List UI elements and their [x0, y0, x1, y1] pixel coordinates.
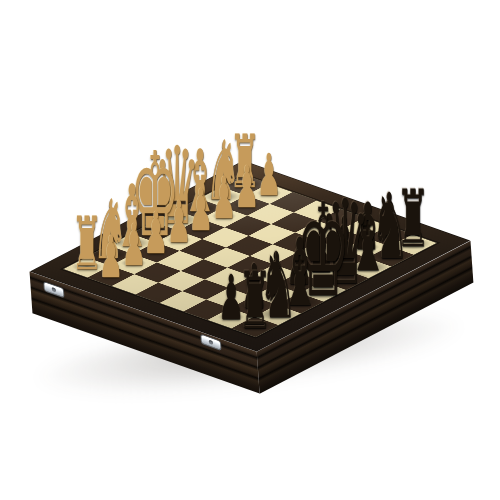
piece-white-pawn-f2[interactable]: ♟: [144, 205, 169, 263]
piece-white-pawn-a2[interactable]: ♟: [257, 146, 282, 204]
piece-white-pawn-b2[interactable]: ♟: [234, 158, 259, 216]
piece-white-pawn-c2[interactable]: ♟: [211, 170, 236, 228]
clasp-latch-icon: [44, 282, 63, 297]
piece-white-pawn-g2[interactable]: ♟: [121, 217, 146, 275]
piece-white-pawn-d2[interactable]: ♟: [189, 181, 214, 239]
pieces-layer: ♜♞♝♛♚♝♞♜♟♟♟♟♟♟♟♟♟♟♟♟♟♟♟♟♜♞♝♛♚♝♞♜: [0, 0, 500, 500]
piece-white-pawn-e2[interactable]: ♟: [166, 193, 191, 251]
scene: ♜♞♝♛♚♝♞♜♟♟♟♟♟♟♟♟♟♟♟♟♟♟♟♟♜♞♝♛♚♝♞♜: [0, 0, 500, 500]
piece-black-rook-h8[interactable]: ♜: [238, 262, 272, 341]
piece-white-pawn-h2[interactable]: ♟: [99, 228, 124, 286]
